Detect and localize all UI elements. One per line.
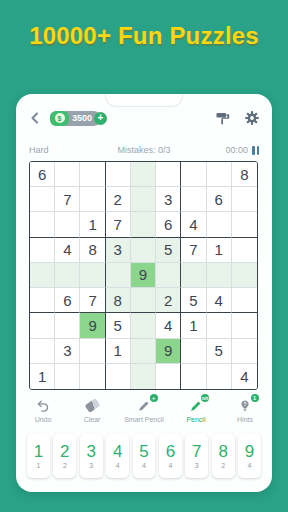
cell-r3c1[interactable] — [30, 212, 55, 237]
cell-r2c8[interactable]: 6 — [207, 187, 232, 212]
cell-r3c7[interactable]: 4 — [181, 212, 206, 237]
numpad-remaining-count: 4 — [116, 462, 120, 469]
numpad-remaining-count: 3 — [195, 462, 199, 469]
phone-card: $ 3500 + Hard Mistakes: 0/3 00:00 — [16, 94, 272, 492]
numpad-key-5[interactable]: 54 — [133, 434, 156, 478]
clear-label: Clear — [84, 416, 101, 423]
hints-badge: 1 — [251, 394, 259, 402]
cell-r8c1[interactable] — [30, 339, 55, 364]
cell-r1c4[interactable] — [106, 162, 131, 187]
numpad-key-6[interactable]: 64 — [159, 434, 182, 478]
cell-r7c9[interactable] — [232, 313, 257, 338]
cell-r6c4[interactable]: 8 — [106, 288, 131, 313]
cell-r7c2[interactable] — [55, 313, 80, 338]
cell-r7c5[interactable] — [131, 313, 156, 338]
numpad-digit: 3 — [86, 443, 95, 460]
cell-r7c6[interactable]: 4 — [156, 313, 181, 338]
smart-pencil-label: Smart Pencil — [124, 416, 164, 423]
undo-icon — [36, 399, 50, 413]
coin-icon: $ — [50, 111, 69, 126]
cell-r5c3[interactable] — [80, 263, 105, 288]
banner-title: 10000+ Fun Puzzles — [0, 0, 288, 50]
cell-r7c1[interactable] — [30, 313, 55, 338]
cell-r8c2[interactable]: 3 — [55, 339, 80, 364]
cell-r5c1[interactable] — [30, 263, 55, 288]
cell-r9c5[interactable] — [131, 364, 156, 389]
numpad-remaining-count: 4 — [168, 462, 172, 469]
numpad-remaining-count: 2 — [63, 462, 67, 469]
cell-r2c5[interactable] — [131, 187, 156, 212]
cell-r1c8[interactable] — [207, 162, 232, 187]
add-coins-button[interactable]: + — [94, 112, 107, 125]
cell-r8c5[interactable] — [131, 339, 156, 364]
cell-r2c1[interactable] — [30, 187, 55, 212]
numpad-digit: 1 — [34, 443, 43, 460]
numpad-key-7[interactable]: 73 — [185, 434, 208, 478]
mistakes-label: Mistakes: 0/3 — [29, 145, 259, 155]
cell-r4c2[interactable]: 4 — [55, 238, 80, 263]
undo-label: Undo — [35, 416, 52, 423]
cell-r7c3[interactable]: 9 — [80, 313, 105, 338]
cell-r5c7[interactable] — [181, 263, 206, 288]
cell-r2c4[interactable]: 2 — [106, 187, 131, 212]
numpad-key-9[interactable]: 94 — [238, 434, 261, 478]
cell-r2c9[interactable] — [232, 187, 257, 212]
cell-r3c2[interactable] — [55, 212, 80, 237]
cell-r9c4[interactable] — [106, 364, 131, 389]
numpad-key-2[interactable]: 22 — [53, 434, 76, 478]
toolbar: Undo Clear + Smart Pencil on Pencil — [26, 398, 262, 423]
cell-r2c6[interactable]: 3 — [156, 187, 181, 212]
cell-r6c8[interactable]: 4 — [207, 288, 232, 313]
numpad-remaining-count: 4 — [248, 462, 252, 469]
cell-r1c1[interactable]: 6 — [30, 162, 55, 187]
cell-r8c3[interactable] — [80, 339, 105, 364]
cell-r4c7[interactable]: 7 — [181, 238, 206, 263]
cell-r5c2[interactable] — [55, 263, 80, 288]
cell-r2c7[interactable] — [181, 187, 206, 212]
theme-roller-icon[interactable] — [215, 110, 231, 126]
numpad-key-8[interactable]: 82 — [212, 434, 235, 478]
numpad-digit: 7 — [192, 443, 201, 460]
cell-r1c6[interactable] — [156, 162, 181, 187]
numpad-digit: 5 — [139, 443, 148, 460]
numpad-key-1[interactable]: 11 — [27, 434, 50, 478]
cell-r2c2[interactable]: 7 — [55, 187, 80, 212]
clear-button[interactable]: Clear — [75, 398, 109, 423]
cell-r3c5[interactable] — [131, 212, 156, 237]
cell-r7c7[interactable]: 1 — [181, 313, 206, 338]
cell-r1c2[interactable] — [55, 162, 80, 187]
cell-r9c8[interactable] — [207, 364, 232, 389]
cell-r3c3[interactable]: 1 — [80, 212, 105, 237]
cell-r3c9[interactable] — [232, 212, 257, 237]
smart-pencil-badge: + — [150, 394, 158, 402]
cell-r5c9[interactable] — [232, 263, 257, 288]
cell-r6c7[interactable]: 5 — [181, 288, 206, 313]
cell-r1c7[interactable] — [181, 162, 206, 187]
numpad-digit: 8 — [218, 443, 227, 460]
coin-amount: 3500 — [72, 113, 92, 123]
cell-r9c1[interactable]: 1 — [30, 364, 55, 389]
numpad-digit: 6 — [166, 443, 175, 460]
bulb-icon: ? — [238, 399, 252, 413]
cell-r3c8[interactable] — [207, 212, 232, 237]
sudoku-board: 687236176448357196782549541319514 — [29, 161, 258, 390]
numpad-digit: 2 — [60, 443, 69, 460]
phone-notch — [105, 94, 183, 107]
numpad-digit: 9 — [245, 443, 254, 460]
pencil-button[interactable]: on Pencil — [179, 398, 213, 423]
cell-r4c4[interactable]: 3 — [106, 238, 131, 263]
numpad-digit: 4 — [113, 443, 122, 460]
cell-r1c5[interactable] — [131, 162, 156, 187]
cell-r5c5[interactable]: 9 — [131, 263, 156, 288]
cell-r7c8[interactable] — [207, 313, 232, 338]
numpad-key-3[interactable]: 33 — [80, 434, 103, 478]
cell-r3c6[interactable]: 6 — [156, 212, 181, 237]
coin-balance[interactable]: $ 3500 + — [50, 111, 101, 126]
back-chevron-icon — [29, 112, 41, 124]
cell-r6c1[interactable] — [30, 288, 55, 313]
cell-r8c6[interactable]: 9 — [156, 339, 181, 364]
cell-r5c4[interactable] — [106, 263, 131, 288]
cell-r9c7[interactable] — [181, 364, 206, 389]
settings-gear-icon[interactable] — [244, 110, 260, 126]
pencil-on-badge: on — [201, 394, 210, 402]
svg-text:?: ? — [244, 402, 247, 407]
cell-r8c4[interactable]: 1 — [106, 339, 131, 364]
smart-pencil-button[interactable]: + Smart Pencil — [124, 398, 164, 423]
cell-r6c2[interactable]: 6 — [55, 288, 80, 313]
numpad-remaining-count: 3 — [89, 462, 93, 469]
numpad-remaining-count: 2 — [221, 462, 225, 469]
cell-r9c2[interactable] — [55, 364, 80, 389]
cell-r8c9[interactable] — [232, 339, 257, 364]
cell-r4c1[interactable] — [30, 238, 55, 263]
pencil-icon — [189, 399, 203, 413]
hints-button[interactable]: ? 1 Hints — [228, 398, 262, 423]
cell-r1c3[interactable] — [80, 162, 105, 187]
cell-r6c9[interactable] — [232, 288, 257, 313]
cell-r6c5[interactable] — [131, 288, 156, 313]
numpad-key-4[interactable]: 44 — [106, 434, 129, 478]
pencil-label: Pencil — [186, 416, 205, 423]
cell-r9c6[interactable] — [156, 364, 181, 389]
status-row: Hard Mistakes: 0/3 00:00 — [29, 145, 259, 155]
cell-r6c6[interactable]: 2 — [156, 288, 181, 313]
pencil-plus-icon — [137, 399, 151, 413]
cell-r1c9[interactable]: 8 — [232, 162, 257, 187]
cell-r7c4[interactable]: 5 — [106, 313, 131, 338]
cell-r6c3[interactable]: 7 — [80, 288, 105, 313]
cell-r4c5[interactable] — [131, 238, 156, 263]
cell-r9c3[interactable] — [80, 364, 105, 389]
cell-r5c8[interactable] — [207, 263, 232, 288]
cell-r5c6[interactable] — [156, 263, 181, 288]
eraser-icon — [84, 398, 100, 413]
cell-r4c9[interactable] — [232, 238, 257, 263]
hints-label: Hints — [237, 416, 253, 423]
cell-r4c3[interactable]: 8 — [80, 238, 105, 263]
cell-r4c6[interactable]: 5 — [156, 238, 181, 263]
numpad-remaining-count: 1 — [36, 462, 40, 469]
back-button[interactable] — [28, 111, 42, 125]
numpad-remaining-count: 4 — [142, 462, 146, 469]
cell-r8c8[interactable]: 5 — [207, 339, 232, 364]
cell-r2c3[interactable] — [80, 187, 105, 212]
cell-r9c9[interactable]: 4 — [232, 364, 257, 389]
top-bar: $ 3500 + — [28, 109, 260, 127]
cell-r4c8[interactable]: 1 — [207, 238, 232, 263]
undo-button[interactable]: Undo — [26, 398, 60, 423]
cell-r3c4[interactable]: 7 — [106, 212, 131, 237]
numpad: 112233445464738294 — [27, 434, 261, 478]
cell-r8c7[interactable] — [181, 339, 206, 364]
